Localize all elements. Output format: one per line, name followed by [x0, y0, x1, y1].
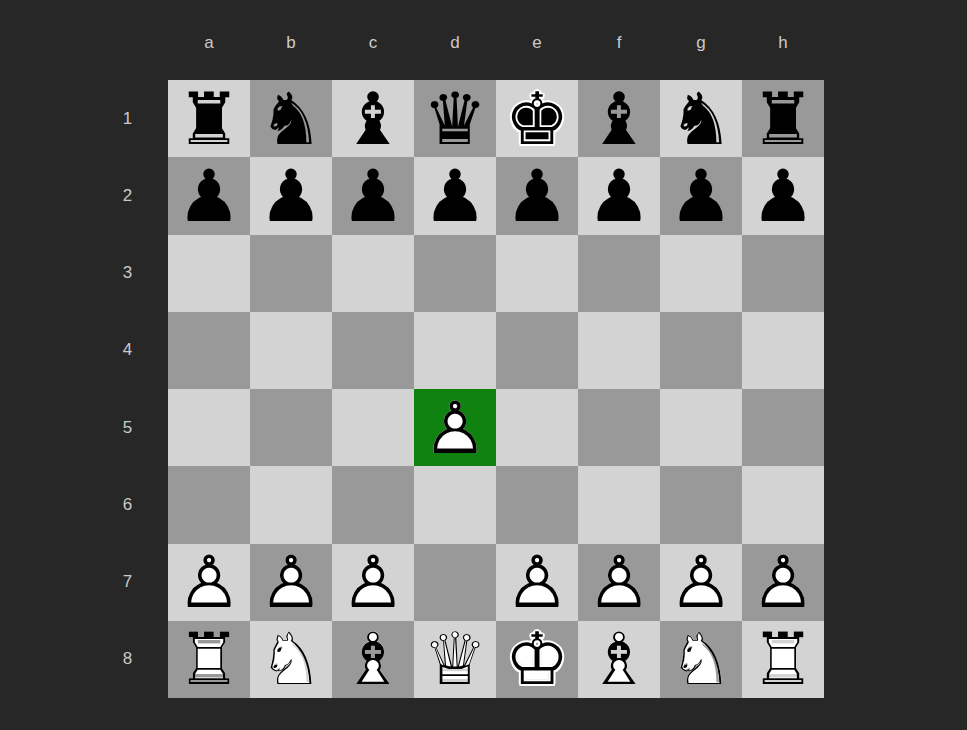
- black-rook-glyph: ♜: [751, 83, 816, 155]
- white-pawn[interactable]: ♟♙: [505, 546, 570, 618]
- square-d2[interactable]: ♟: [414, 157, 496, 234]
- black-pawn-glyph: ♟: [177, 160, 242, 232]
- black-knight-glyph: ♞: [259, 83, 324, 155]
- square-d8[interactable]: ♛♕: [414, 621, 496, 698]
- square-c2[interactable]: ♟: [332, 157, 414, 234]
- black-pawn-glyph: ♟: [505, 160, 570, 232]
- square-g8[interactable]: ♞♘: [660, 621, 742, 698]
- square-c5[interactable]: [332, 389, 414, 466]
- file-label-h: h: [742, 31, 824, 55]
- black-bishop[interactable]: ♝: [587, 83, 652, 155]
- square-h3[interactable]: [742, 235, 824, 312]
- file-label-b: b: [250, 31, 332, 55]
- black-pawn-glyph: ♟: [259, 160, 324, 232]
- black-pawn[interactable]: ♟: [587, 160, 652, 232]
- black-pawn-glyph: ♟: [423, 160, 488, 232]
- square-e1[interactable]: ♚: [496, 80, 578, 157]
- square-f3[interactable]: [578, 235, 660, 312]
- square-d7[interactable]: [414, 544, 496, 621]
- white-bishop[interactable]: ♝♗: [587, 623, 652, 695]
- square-h6[interactable]: [742, 466, 824, 543]
- square-b5[interactable]: [250, 389, 332, 466]
- square-g5[interactable]: [660, 389, 742, 466]
- white-pawn[interactable]: ♟♙: [341, 546, 406, 618]
- rank-label-7: 7: [100, 544, 155, 621]
- square-c3[interactable]: [332, 235, 414, 312]
- black-pawn[interactable]: ♟: [751, 160, 816, 232]
- square-d4[interactable]: [414, 312, 496, 389]
- black-rook[interactable]: ♜: [177, 83, 242, 155]
- white-pawn-glyph: ♙: [669, 546, 734, 618]
- white-pawn[interactable]: ♟♙: [423, 392, 488, 464]
- white-rook-glyph: ♖: [177, 623, 242, 695]
- square-h4[interactable]: [742, 312, 824, 389]
- square-g1[interactable]: ♞: [660, 80, 742, 157]
- square-b2[interactable]: ♟: [250, 157, 332, 234]
- square-h5[interactable]: [742, 389, 824, 466]
- square-g6[interactable]: [660, 466, 742, 543]
- file-label-c: c: [332, 31, 414, 55]
- black-bishop-glyph: ♝: [587, 83, 652, 155]
- chess-board: ♜♞♝♛♚♝♞♜♟♟♟♟♟♟♟♟♟♙♟♙♟♙♟♙♟♙♟♙♟♙♟♙♜♖♞♘♝♗♛♕…: [168, 80, 824, 698]
- black-knight-glyph: ♞: [669, 83, 734, 155]
- black-knight[interactable]: ♞: [669, 83, 734, 155]
- black-queen[interactable]: ♛: [423, 83, 488, 155]
- square-h8[interactable]: ♜♖: [742, 621, 824, 698]
- square-e6[interactable]: [496, 466, 578, 543]
- square-e4[interactable]: [496, 312, 578, 389]
- white-pawn-glyph: ♙: [423, 392, 488, 464]
- white-rook[interactable]: ♜♖: [751, 623, 816, 695]
- white-pawn-glyph: ♙: [751, 546, 816, 618]
- square-h2[interactable]: ♟: [742, 157, 824, 234]
- square-a4[interactable]: [168, 312, 250, 389]
- rank-label-8: 8: [100, 621, 155, 698]
- square-a8[interactable]: ♜♖: [168, 621, 250, 698]
- file-label-d: d: [414, 31, 496, 55]
- square-d1[interactable]: ♛: [414, 80, 496, 157]
- black-king-glyph: ♚: [505, 83, 570, 155]
- file-labels: abcdefgh: [168, 31, 824, 55]
- square-b7[interactable]: ♟♙: [250, 544, 332, 621]
- black-pawn[interactable]: ♟: [669, 160, 734, 232]
- square-d3[interactable]: [414, 235, 496, 312]
- square-b3[interactable]: [250, 235, 332, 312]
- white-queen[interactable]: ♛♕: [423, 623, 488, 695]
- black-rook-glyph: ♜: [177, 83, 242, 155]
- square-e2[interactable]: ♟: [496, 157, 578, 234]
- square-e7[interactable]: ♟♙: [496, 544, 578, 621]
- white-pawn[interactable]: ♟♙: [669, 546, 734, 618]
- square-a5[interactable]: [168, 389, 250, 466]
- white-pawn-glyph: ♙: [341, 546, 406, 618]
- black-pawn[interactable]: ♟: [341, 160, 406, 232]
- white-bishop-glyph: ♗: [587, 623, 652, 695]
- square-d5[interactable]: ♟♙: [414, 389, 496, 466]
- square-g7[interactable]: ♟♙: [660, 544, 742, 621]
- chess-app: abcdefgh 12345678 ♜♞♝♛♚♝♞♜♟♟♟♟♟♟♟♟♟♙♟♙♟♙…: [0, 0, 967, 730]
- black-pawn[interactable]: ♟: [423, 160, 488, 232]
- square-f6[interactable]: [578, 466, 660, 543]
- square-a2[interactable]: ♟: [168, 157, 250, 234]
- white-knight[interactable]: ♞♘: [259, 623, 324, 695]
- square-f2[interactable]: ♟: [578, 157, 660, 234]
- square-f1[interactable]: ♝: [578, 80, 660, 157]
- white-pawn[interactable]: ♟♙: [177, 546, 242, 618]
- square-a6[interactable]: [168, 466, 250, 543]
- white-pawn-glyph: ♙: [177, 546, 242, 618]
- square-f8[interactable]: ♝♗: [578, 621, 660, 698]
- black-knight[interactable]: ♞: [259, 83, 324, 155]
- square-d6[interactable]: [414, 466, 496, 543]
- black-bishop[interactable]: ♝: [341, 83, 406, 155]
- white-bishop-glyph: ♗: [341, 623, 406, 695]
- black-pawn[interactable]: ♟: [505, 160, 570, 232]
- white-rook[interactable]: ♜♖: [177, 623, 242, 695]
- square-a1[interactable]: ♜: [168, 80, 250, 157]
- rank-label-6: 6: [100, 466, 155, 543]
- square-b4[interactable]: [250, 312, 332, 389]
- square-c7[interactable]: ♟♙: [332, 544, 414, 621]
- black-pawn[interactable]: ♟: [259, 160, 324, 232]
- black-king[interactable]: ♚: [505, 83, 570, 155]
- square-f7[interactable]: ♟♙: [578, 544, 660, 621]
- square-g4[interactable]: [660, 312, 742, 389]
- white-pawn[interactable]: ♟♙: [751, 546, 816, 618]
- black-bishop-glyph: ♝: [341, 83, 406, 155]
- square-h7[interactable]: ♟♙: [742, 544, 824, 621]
- black-pawn-glyph: ♟: [341, 160, 406, 232]
- white-king-glyph: ♔: [505, 623, 570, 695]
- white-bishop[interactable]: ♝♗: [341, 623, 406, 695]
- square-f5[interactable]: [578, 389, 660, 466]
- white-pawn[interactable]: ♟♙: [259, 546, 324, 618]
- square-e3[interactable]: [496, 235, 578, 312]
- black-pawn-glyph: ♟: [751, 160, 816, 232]
- square-g3[interactable]: [660, 235, 742, 312]
- rank-label-4: 4: [100, 312, 155, 389]
- square-e5[interactable]: [496, 389, 578, 466]
- white-knight-glyph: ♘: [669, 623, 734, 695]
- square-a3[interactable]: [168, 235, 250, 312]
- square-c8[interactable]: ♝♗: [332, 621, 414, 698]
- rank-label-1: 1: [100, 80, 155, 157]
- black-pawn-glyph: ♟: [587, 160, 652, 232]
- square-e8[interactable]: ♚♔: [496, 621, 578, 698]
- white-pawn[interactable]: ♟♙: [587, 546, 652, 618]
- square-c6[interactable]: [332, 466, 414, 543]
- rank-labels: 12345678: [100, 80, 155, 698]
- white-pawn-glyph: ♙: [505, 546, 570, 618]
- white-queen-glyph: ♕: [423, 623, 488, 695]
- white-rook-glyph: ♖: [751, 623, 816, 695]
- square-b6[interactable]: [250, 466, 332, 543]
- rank-label-5: 5: [100, 389, 155, 466]
- white-pawn-glyph: ♙: [259, 546, 324, 618]
- white-pawn-glyph: ♙: [587, 546, 652, 618]
- file-label-e: e: [496, 31, 578, 55]
- square-h1[interactable]: ♜: [742, 80, 824, 157]
- black-pawn-glyph: ♟: [669, 160, 734, 232]
- file-label-g: g: [660, 31, 742, 55]
- square-g2[interactable]: ♟: [660, 157, 742, 234]
- square-f4[interactable]: [578, 312, 660, 389]
- white-knight-glyph: ♘: [259, 623, 324, 695]
- file-label-a: a: [168, 31, 250, 55]
- black-rook[interactable]: ♜: [751, 83, 816, 155]
- square-a7[interactable]: ♟♙: [168, 544, 250, 621]
- square-b1[interactable]: ♞: [250, 80, 332, 157]
- black-pawn[interactable]: ♟: [177, 160, 242, 232]
- white-king[interactable]: ♚♔: [505, 623, 570, 695]
- rank-label-2: 2: [100, 157, 155, 234]
- square-c4[interactable]: [332, 312, 414, 389]
- white-knight[interactable]: ♞♘: [669, 623, 734, 695]
- square-c1[interactable]: ♝: [332, 80, 414, 157]
- rank-label-3: 3: [100, 235, 155, 312]
- file-label-f: f: [578, 31, 660, 55]
- square-b8[interactable]: ♞♘: [250, 621, 332, 698]
- black-queen-glyph: ♛: [423, 83, 488, 155]
